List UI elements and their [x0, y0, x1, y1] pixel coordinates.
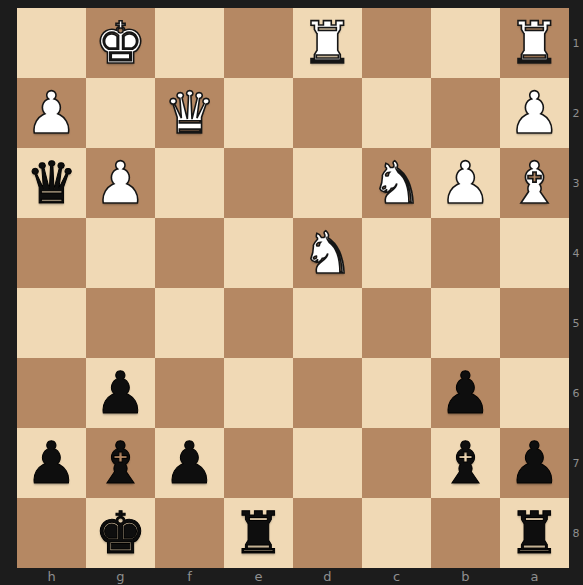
square-g4[interactable]	[86, 218, 155, 288]
square-f8[interactable]	[155, 498, 224, 568]
rank-label-4: 4	[569, 218, 583, 288]
file-label-c: c	[362, 568, 431, 585]
square-e5[interactable]	[224, 288, 293, 358]
white-knight-c3[interactable]: ♞	[362, 148, 431, 218]
square-f3[interactable]	[155, 148, 224, 218]
square-h5[interactable]	[17, 288, 86, 358]
square-b7[interactable]: ♝	[431, 428, 500, 498]
square-a4[interactable]	[500, 218, 569, 288]
square-f6[interactable]	[155, 358, 224, 428]
square-f4[interactable]	[155, 218, 224, 288]
square-b8[interactable]	[431, 498, 500, 568]
square-d6[interactable]	[293, 358, 362, 428]
black-pawn-g6[interactable]: ♟	[86, 358, 155, 428]
square-h4[interactable]	[17, 218, 86, 288]
black-bishop-b7[interactable]: ♝	[431, 428, 500, 498]
white-rook-a1[interactable]: ♜	[500, 8, 569, 78]
square-c7[interactable]	[362, 428, 431, 498]
white-pawn-b3[interactable]: ♟	[431, 148, 500, 218]
white-queen-f2[interactable]: ♛	[155, 78, 224, 148]
square-d1[interactable]: ♜	[293, 8, 362, 78]
square-b3[interactable]: ♟	[431, 148, 500, 218]
square-g5[interactable]	[86, 288, 155, 358]
square-d4[interactable]: ♞	[293, 218, 362, 288]
file-label-a: a	[500, 568, 569, 585]
square-e3[interactable]	[224, 148, 293, 218]
square-g2[interactable]	[86, 78, 155, 148]
square-c6[interactable]	[362, 358, 431, 428]
black-rook-a8[interactable]: ♜	[500, 498, 569, 568]
rank-label-7: 7	[569, 428, 583, 498]
square-c8[interactable]	[362, 498, 431, 568]
square-d3[interactable]	[293, 148, 362, 218]
black-king-g8[interactable]: ♚	[86, 498, 155, 568]
rank-label-1: 1	[569, 8, 583, 78]
square-g6[interactable]: ♟	[86, 358, 155, 428]
square-g7[interactable]: ♝	[86, 428, 155, 498]
square-a8[interactable]: ♜	[500, 498, 569, 568]
file-label-b: b	[431, 568, 500, 585]
square-a7[interactable]: ♟	[500, 428, 569, 498]
square-c4[interactable]	[362, 218, 431, 288]
black-bishop-g7[interactable]: ♝	[86, 428, 155, 498]
square-c1[interactable]	[362, 8, 431, 78]
rank-label-5: 5	[569, 288, 583, 358]
square-e7[interactable]	[224, 428, 293, 498]
black-pawn-f7[interactable]: ♟	[155, 428, 224, 498]
rank-label-6: 6	[569, 358, 583, 428]
black-queen-h3[interactable]: ♛	[17, 148, 86, 218]
black-pawn-h7[interactable]: ♟	[17, 428, 86, 498]
black-rook-e8[interactable]: ♜	[224, 498, 293, 568]
square-c2[interactable]	[362, 78, 431, 148]
square-e4[interactable]	[224, 218, 293, 288]
rank-coordinates: 12345678	[569, 8, 583, 568]
square-f7[interactable]: ♟	[155, 428, 224, 498]
file-coordinates: hgfedcba	[17, 568, 569, 585]
square-d7[interactable]	[293, 428, 362, 498]
square-a1[interactable]: ♜	[500, 8, 569, 78]
square-e6[interactable]	[224, 358, 293, 428]
square-e1[interactable]	[224, 8, 293, 78]
square-h8[interactable]	[17, 498, 86, 568]
chess-board-screenshot: ♚♜♜♟♛♟♛♟♞♟♝♞♟♟♟♝♟♝♟♚♜♜ 12345678 hgfedcba	[0, 0, 583, 585]
square-h6[interactable]	[17, 358, 86, 428]
white-pawn-h2[interactable]: ♟	[17, 78, 86, 148]
file-label-g: g	[86, 568, 155, 585]
square-c3[interactable]: ♞	[362, 148, 431, 218]
square-b2[interactable]	[431, 78, 500, 148]
square-f2[interactable]: ♛	[155, 78, 224, 148]
square-d2[interactable]	[293, 78, 362, 148]
white-knight-d4[interactable]: ♞	[293, 218, 362, 288]
square-h1[interactable]	[17, 8, 86, 78]
square-b4[interactable]	[431, 218, 500, 288]
white-rook-d1[interactable]: ♜	[293, 8, 362, 78]
square-e8[interactable]: ♜	[224, 498, 293, 568]
square-g8[interactable]: ♚	[86, 498, 155, 568]
white-king-g1[interactable]: ♚	[86, 8, 155, 78]
file-label-d: d	[293, 568, 362, 585]
square-b6[interactable]: ♟	[431, 358, 500, 428]
square-b1[interactable]	[431, 8, 500, 78]
file-label-h: h	[17, 568, 86, 585]
white-pawn-g3[interactable]: ♟	[86, 148, 155, 218]
square-h7[interactable]: ♟	[17, 428, 86, 498]
square-a5[interactable]	[500, 288, 569, 358]
square-h2[interactable]: ♟	[17, 78, 86, 148]
white-pawn-a2[interactable]: ♟	[500, 78, 569, 148]
square-c5[interactable]	[362, 288, 431, 358]
square-d8[interactable]	[293, 498, 362, 568]
file-label-e: e	[224, 568, 293, 585]
square-b5[interactable]	[431, 288, 500, 358]
square-g3[interactable]: ♟	[86, 148, 155, 218]
square-d5[interactable]	[293, 288, 362, 358]
rank-label-2: 2	[569, 78, 583, 148]
square-h3[interactable]: ♛	[17, 148, 86, 218]
black-pawn-b6[interactable]: ♟	[431, 358, 500, 428]
square-e2[interactable]	[224, 78, 293, 148]
square-g1[interactable]: ♚	[86, 8, 155, 78]
white-bishop-a3[interactable]: ♝	[500, 148, 569, 218]
square-f1[interactable]	[155, 8, 224, 78]
black-pawn-a7[interactable]: ♟	[500, 428, 569, 498]
square-a6[interactable]	[500, 358, 569, 428]
square-f5[interactable]	[155, 288, 224, 358]
square-a2[interactable]: ♟	[500, 78, 569, 148]
rank-label-8: 8	[569, 498, 583, 568]
chessboard: ♚♜♜♟♛♟♛♟♞♟♝♞♟♟♟♝♟♝♟♚♜♜	[17, 8, 569, 568]
square-a3[interactable]: ♝	[500, 148, 569, 218]
file-label-f: f	[155, 568, 224, 585]
rank-label-3: 3	[569, 148, 583, 218]
